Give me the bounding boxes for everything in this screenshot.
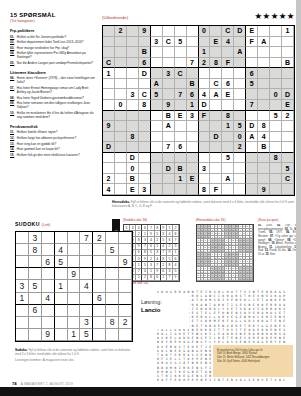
- hexadoku-cell: [199, 142, 211, 153]
- hexadoku-cell: [187, 68, 199, 79]
- hexadoku-cell: [115, 58, 127, 69]
- hexadoku-cell: [258, 100, 270, 111]
- hexadoku-cell: 2: [234, 142, 246, 153]
- hexadoku-cell: [199, 68, 211, 79]
- sudoku-cell: 5: [29, 280, 42, 292]
- quiz-question: 08.Hva heter Sigrid Undsets gjennombrudd…: [10, 96, 98, 100]
- hexadoku-cell: 5: [270, 111, 282, 122]
- hexadoku-cell: [115, 89, 127, 100]
- hexadoku-cell: [163, 184, 175, 195]
- quiz-answers-text: 01. 2006. 02. Olje- og energidepartement…: [258, 224, 298, 290]
- sudoku-cell: 9: [42, 329, 55, 341]
- sudoku-cell: [119, 244, 132, 256]
- hexadoku-cell: [139, 142, 151, 153]
- hexadoku-cell: 7: [175, 89, 187, 100]
- hexadoku-cell: [246, 58, 258, 69]
- hexadoku-cell: D: [139, 68, 151, 79]
- sudoku-cell: 4: [55, 244, 68, 256]
- question-text: Når ble Anders Langes parti omdøpt Frems…: [17, 61, 93, 65]
- sudoku-difficulty-label: (Lett): [42, 223, 50, 227]
- hexadoku-cell: 2: [282, 111, 294, 122]
- sudoku-instructions: Sudoku. Fyll ut feltene slik at de vannr…: [15, 348, 134, 362]
- hexadoku-cell: E: [127, 184, 139, 195]
- sudoku-cell: [119, 305, 132, 317]
- hexadoku-cell: [199, 132, 211, 143]
- question-number: 13.: [10, 142, 14, 146]
- hexadoku-cell: A: [163, 121, 175, 132]
- hexadoku-cell: [282, 79, 294, 90]
- answer-number: 01.: [258, 224, 262, 227]
- quiz-answers-heading: (Svar på quiz): [258, 218, 279, 222]
- hexadoku-cell: 1: [282, 26, 294, 37]
- hexadoku-cell: [151, 121, 163, 132]
- hexadoku-cell: [270, 142, 282, 153]
- hexadoku-cell: [103, 153, 115, 164]
- hexadoku-cell: 8: [139, 100, 151, 111]
- question-number: 12.: [10, 136, 14, 140]
- question-number: 15.: [10, 153, 14, 157]
- sudoku-cell: [29, 293, 42, 305]
- page-footer: 74 A-MAGASINET 2. AUGUST 2019: [12, 381, 73, 386]
- hexadoku-cell: [163, 153, 175, 164]
- hexadoku-cell: A: [258, 37, 270, 48]
- hexadoku-instructions: Hexsudoku. Fyll ut feltene slik at de va…: [112, 200, 298, 208]
- hexadoku-cell: [103, 37, 115, 48]
- hexadoku-cell: [199, 37, 211, 48]
- hexadoku-cell: B: [127, 174, 139, 185]
- hexadoku-cell: 0: [127, 163, 139, 174]
- hexadoku-cell: [175, 184, 187, 195]
- question-text: Hvor gammel kan en karpe bli?: [17, 147, 60, 151]
- wordsearch-solution-box: Løsning: Lancio: [133, 293, 189, 329]
- hexadoku-cell: [103, 26, 115, 37]
- hexadoku-cell: [187, 153, 199, 164]
- hexadoku-cell: [282, 142, 294, 153]
- sudoku-cell: [16, 317, 29, 329]
- sudoku-cell: 3: [16, 280, 29, 292]
- hexadoku-cell: 9: [139, 26, 151, 37]
- hexadoku-cell: [270, 47, 282, 58]
- sudoku-cell: [119, 232, 132, 244]
- question-number: 02.: [10, 40, 14, 44]
- hexadoku-cell: 3: [163, 68, 175, 79]
- hexadoku-cell: [187, 37, 199, 48]
- quiz-question: 03.Hvor mange nestledere har Frp i dag?: [10, 46, 98, 50]
- hexadoku-cell: [151, 47, 163, 58]
- hexadoku-cell: [210, 163, 222, 174]
- hexadoku-cell: [115, 184, 127, 195]
- quiz-category-title: Frp-politikere: [10, 29, 98, 33]
- sudoku-cell: 2: [93, 232, 106, 244]
- hexadoku-cell: [282, 153, 294, 164]
- hexadoku-cell: [151, 174, 163, 185]
- hexadoku-cell: 8: [210, 58, 222, 69]
- wordsearch-solution-word: Lancio: [141, 307, 189, 313]
- hexadoku-cell: [258, 47, 270, 58]
- sudoku-cell: [68, 280, 81, 292]
- answer-number: 09.: [287, 239, 291, 242]
- hexadoku-cell: [270, 100, 282, 111]
- hexadoku-cell: 3: [127, 89, 139, 100]
- quiz-category-title: Ferskvannsfisk: [10, 125, 98, 129]
- hexadoku-cell: [115, 174, 127, 185]
- hexadoku-cell: 1: [175, 174, 187, 185]
- hexadoku-cell: C: [210, 79, 222, 90]
- hexadoku-cell: [139, 163, 151, 174]
- hexadoku-cell: 0: [115, 100, 127, 111]
- sudoku-cell: 4: [80, 280, 93, 292]
- hexadoku-cell: [115, 37, 127, 48]
- sudoku-cell: [106, 280, 119, 292]
- question-number: 03.: [10, 46, 14, 50]
- hexadoku-cell: [163, 79, 175, 90]
- hexadoku-cell: 8: [270, 153, 282, 164]
- hexadoku-cell: [258, 89, 270, 100]
- sudoku-cell: [16, 232, 29, 244]
- footer-text: A-MAGASINET 2. AUGUST 2019: [21, 382, 73, 386]
- hexadoku-cell: [258, 68, 270, 79]
- hexadoku-cell: 6: [139, 58, 151, 69]
- hexadoku-cell: D: [210, 132, 222, 143]
- hexadoku-cell: [127, 37, 139, 48]
- hexadoku-cell: [222, 163, 234, 174]
- hexadoku-cell: 2: [103, 174, 115, 185]
- answer-number: 06.: [286, 231, 290, 234]
- winner-line: Uke 16: Kjell Stene, 4040 Hafrsfjord: [217, 360, 290, 364]
- hexadoku-cell: [115, 153, 127, 164]
- hexadoku-cell: [151, 142, 163, 153]
- sudoku-cell: [42, 305, 55, 317]
- hexadoku-cell: [151, 132, 163, 143]
- sudoku-cell: 3: [80, 317, 93, 329]
- hexadoku-cell: E: [222, 89, 234, 100]
- hexadoku-cell: A: [234, 47, 246, 58]
- sudoku-cell: [80, 293, 93, 305]
- hexadoku-cell: [258, 153, 270, 164]
- hexadoku-cell: [282, 184, 294, 195]
- hexadoku-cell: 7: [246, 100, 258, 111]
- question-text: Hva heter romanen om den tidligere straf…: [17, 101, 98, 109]
- question-text: Hvilket år ble Siv Jensen partileder?: [17, 35, 66, 39]
- hexadoku-cell: [115, 142, 127, 153]
- hexadoku-cell: [210, 111, 222, 122]
- solution-hexadoku-cell: E: [250, 278, 254, 282]
- hexadoku-cell: [163, 47, 175, 58]
- question-text: Hvilken familie tilhører røyen?: [17, 130, 58, 134]
- hexadoku-cell: [199, 153, 211, 164]
- question-text: Hvilken farge har abboren på brystfinnen…: [17, 136, 76, 140]
- quiz-question: 11.Hvilken familie tilhører røyen?: [10, 130, 98, 134]
- sudoku-cell: 5: [55, 256, 68, 268]
- hexadoku-cell: [103, 163, 115, 174]
- hexadoku-cell: [139, 132, 151, 143]
- hexadoku-cell: [258, 174, 270, 185]
- hexadoku-cell: [187, 132, 199, 143]
- hexadoku-cell: [270, 26, 282, 37]
- quiz-question: 15.Hvilken fisk gir den mest eksklusive …: [10, 153, 98, 157]
- hexadoku-cell: [175, 132, 187, 143]
- hexadoku-cell: E: [187, 174, 199, 185]
- hexadoku-cell: [175, 79, 187, 90]
- hexadoku-cell: [234, 89, 246, 100]
- hexadoku-cell: D: [103, 142, 115, 153]
- sudoku-cell: 2: [119, 317, 132, 329]
- sudoku-cell: 1: [16, 293, 29, 305]
- hexadoku-cell: [234, 79, 246, 90]
- answer-number: 02.: [277, 224, 281, 227]
- hexadoku-cell: [127, 47, 139, 58]
- quiz-question: 14.Hvor gammel kan en karpe bli?: [10, 147, 98, 151]
- hexadoku-cell: F: [246, 37, 258, 48]
- hexadoku-cell: [127, 58, 139, 69]
- hexadoku-cell: [246, 153, 258, 164]
- answer-number: 15.: [265, 253, 269, 256]
- hexadoku-cell: 5: [234, 121, 246, 132]
- hexadoku-cell: [115, 68, 127, 79]
- question-text: Hvor mange nestledere har Frp i dag?: [17, 46, 69, 50]
- hexadoku-cell: 4: [103, 184, 115, 195]
- hexadoku-cell: [103, 111, 115, 122]
- question-text: Hvilket departement ledet Tord Lien 2013…: [17, 40, 84, 44]
- question-number: 05.: [10, 61, 14, 65]
- sudoku-cell: [80, 256, 93, 268]
- sudoku-cell: [106, 268, 119, 280]
- hexadoku-cell: [163, 132, 175, 143]
- hexadoku-cell: [246, 89, 258, 100]
- question-number: 10.: [10, 111, 14, 119]
- sudoku-cell: [29, 268, 42, 280]
- hexadoku-cell: [282, 121, 294, 132]
- hexadoku-cell: 5: [246, 79, 258, 90]
- hexadoku-cell: B: [175, 163, 187, 174]
- difficulty-stars: ★★★★★: [102, 11, 295, 21]
- question-text: Hvilket fylke representerer Per-Willy Am…: [17, 51, 98, 59]
- hexadoku-cell: [187, 26, 199, 37]
- hexadoku-cell: [139, 79, 151, 90]
- hexadoku-cell: [234, 163, 246, 174]
- sudoku-cell: [29, 329, 42, 341]
- hexadoku-cell: [234, 111, 246, 122]
- hexadoku-cell: [234, 100, 246, 111]
- sudoku-cell: [106, 256, 119, 268]
- hexadoku-cell: [151, 163, 163, 174]
- sudoku-cell: 8: [106, 317, 119, 329]
- hexadoku-cell: [246, 47, 258, 58]
- question-text: Hva heter Sigrid Undsets gjennombruddsro…: [17, 96, 84, 100]
- hexadoku-cell: [210, 68, 222, 79]
- hexadoku-cell: 9: [258, 184, 270, 195]
- hexadoku-cell: 5: [175, 37, 187, 48]
- hexadoku-cell: F: [222, 58, 234, 69]
- hexadoku-cell: [103, 100, 115, 111]
- hexadoku-cell: B: [163, 111, 175, 122]
- hexadoku-cell: [282, 68, 294, 79]
- hexadoku-cell: [175, 100, 187, 111]
- page-number: 74: [12, 381, 17, 386]
- hexadoku-cell: D: [199, 100, 211, 111]
- hexadoku-cell: [270, 79, 282, 90]
- hexadoku-cell: [127, 100, 139, 111]
- quiz-question: 10.Hvilke tre musketerer ble til fire da…: [10, 111, 98, 119]
- hexadoku-cell: [127, 111, 139, 122]
- hexadoku-cell: [258, 163, 270, 174]
- hexadoku-cell: 2: [199, 58, 211, 69]
- quiz-question: 13.Hvor tung kan en gjedde bli?: [10, 142, 98, 146]
- hexadoku-cell: 1: [222, 121, 234, 132]
- question-text: Hva heter Ernest Hemingways roman om Lad…: [17, 86, 98, 94]
- sudoku-grid: 372845659935141466382915: [15, 231, 133, 342]
- sudoku-cell: 9: [119, 256, 132, 268]
- hexadoku-cell: 4: [199, 89, 211, 100]
- hexadoku-cell: 1: [103, 68, 115, 79]
- hexadoku-cell: [210, 142, 222, 153]
- hexadoku-cell: [234, 58, 246, 69]
- hexadoku-cell: [115, 111, 127, 122]
- sudoku-cell: [68, 293, 81, 305]
- question-text: Hvilken fisk gir den mest eksklusive kav…: [17, 153, 80, 157]
- hexadoku-cell: [234, 37, 246, 48]
- hexadoku-cell: [151, 68, 163, 79]
- hexadoku-cell: 0: [270, 89, 282, 100]
- hexadoku-cell: 8: [127, 132, 139, 143]
- hexadoku-cell: [258, 26, 270, 37]
- hexadoku-cell: [270, 174, 282, 185]
- hexadoku-cell: A: [210, 89, 222, 100]
- hexadoku-cell: [270, 121, 282, 132]
- hexadoku-cell: C: [222, 26, 234, 37]
- hexadoku-cell: 7: [163, 142, 175, 153]
- hexadoku-cell: [187, 142, 199, 153]
- hexadoku-cell: [127, 121, 139, 132]
- hexadoku-cell: [151, 184, 163, 195]
- hexadoku-cell: [210, 153, 222, 164]
- sudoku-cell: 9: [68, 268, 81, 280]
- hexadoku-cell: [115, 132, 127, 143]
- quiz-category: Litterære klassikere06.Hvem skrev «Kvist…: [10, 71, 98, 119]
- hexadoku-cell: 0: [199, 26, 211, 37]
- hexadoku-cell: [246, 184, 258, 195]
- wordsearch-row: KAFFEKOPPENEVINTERSOLVERVETSOL: [157, 378, 293, 382]
- hexadoku-cell: 1: [187, 100, 199, 111]
- hexadoku-cell: [139, 121, 151, 132]
- sudoku-cell: [55, 293, 68, 305]
- hexadoku-cell: [282, 132, 294, 143]
- hexadoku-cell: [222, 132, 234, 143]
- sudoku-cell: 4: [42, 293, 55, 305]
- sudoku-cell: [119, 293, 132, 305]
- hexadoku-cell: 3: [199, 163, 211, 174]
- sudoku-cell: [29, 256, 42, 268]
- quiz-category: Frp-politikere01.Hvilket år ble Siv Jens…: [10, 29, 98, 65]
- hexadoku-cell: [234, 153, 246, 164]
- hexadoku-cell: [270, 37, 282, 48]
- hexadoku-cell: A: [151, 79, 163, 90]
- hexadoku-cell: [222, 184, 234, 195]
- sudoku-cell: 8: [29, 244, 42, 256]
- hexadoku-cell: [175, 47, 187, 58]
- hexadoku-cell: [103, 79, 115, 90]
- hexadoku-cell: [222, 68, 234, 79]
- hexadoku-cell: C: [139, 89, 151, 100]
- hexadoku-cell: E: [246, 26, 258, 37]
- hexadoku-cell: [234, 68, 246, 79]
- hexadoku-cell: [282, 37, 294, 48]
- quiz-question: 01.Hvilket år ble Siv Jensen partileder?: [10, 35, 98, 39]
- hexadoku-cell: [175, 153, 187, 164]
- sudoku-cell: [80, 305, 93, 317]
- sudoku-cell: 7: [80, 232, 93, 244]
- hexadoku-cell: [139, 37, 151, 48]
- sudoku-cell: 3: [29, 232, 42, 244]
- hexadoku-cell: 8: [222, 111, 234, 122]
- hexadoku-cell: [258, 58, 270, 69]
- hexadoku-cell: [234, 174, 246, 185]
- hexadoku-cell: [270, 132, 282, 143]
- hexadoku-cell: [115, 79, 127, 90]
- sudoku-cell: 6: [93, 293, 106, 305]
- hexadoku-cell: 0: [234, 132, 246, 143]
- hexadoku-cell: 9: [163, 100, 175, 111]
- hexadoku-cell: [199, 121, 211, 132]
- hexadoku-cell: [151, 111, 163, 122]
- hexadoku-cell: [103, 47, 115, 58]
- hexadoku-cell: A: [222, 174, 234, 185]
- hexadoku-cell: [115, 163, 127, 174]
- sudoku-cell: [93, 268, 106, 280]
- hexadoku-cell: [175, 26, 187, 37]
- hexadoku-cell: [175, 121, 187, 132]
- sudoku-cell: [68, 256, 81, 268]
- hexadoku-cell: E: [210, 37, 222, 48]
- hexadoku-cell: 9: [103, 121, 115, 132]
- hexadoku-cell: [210, 26, 222, 37]
- sudoku-cell: [93, 305, 106, 317]
- quiz-categories: Frp-politikere01.Hvilket år ble Siv Jens…: [10, 29, 98, 157]
- hexadoku-cell: [210, 174, 222, 185]
- sudoku-cell: [42, 317, 55, 329]
- hexadoku-cell: [282, 47, 294, 58]
- hexadoku-cell: [246, 142, 258, 153]
- sudoku-cell: [68, 244, 81, 256]
- hexadoku-cell: 2: [115, 26, 127, 37]
- quiz-question: 06.Hvem skrev «Kvisten» (1978) – den sto…: [10, 76, 98, 84]
- hexadoku-cell: [163, 26, 175, 37]
- scan-edge-bottom: [0, 387, 301, 396]
- hexadoku-cell: [270, 184, 282, 195]
- hexadoku-cell: 3: [187, 111, 199, 122]
- sudoku-cell: [80, 268, 93, 280]
- sudoku-cell: 6: [29, 305, 42, 317]
- hexadoku-cell: A: [246, 132, 258, 143]
- hexadoku-cell: [199, 174, 211, 185]
- hexadoku-cell: [222, 142, 234, 153]
- hexadoku-cell: [139, 174, 151, 185]
- hexadoku-cell: [187, 121, 199, 132]
- hexadoku-cell: [234, 184, 246, 195]
- hexadoku-cell: [199, 79, 211, 90]
- hexadoku-cell: 8: [258, 121, 270, 132]
- hexadoku-cell: 5: [151, 89, 163, 100]
- question-number: 08.: [10, 96, 14, 100]
- hexadoku-cell: [127, 79, 139, 90]
- solution-sudoku-heading: (Sudoku uke 16): [123, 218, 147, 222]
- sudoku-cell: [55, 329, 68, 341]
- sudoku-cell: [106, 305, 119, 317]
- hexadoku-cell: [187, 163, 199, 174]
- quiz-question: 02.Hvilket departement ledet Tord Lien 2…: [10, 40, 98, 44]
- sudoku-cell: [68, 317, 81, 329]
- hexadoku-cell: [187, 184, 199, 195]
